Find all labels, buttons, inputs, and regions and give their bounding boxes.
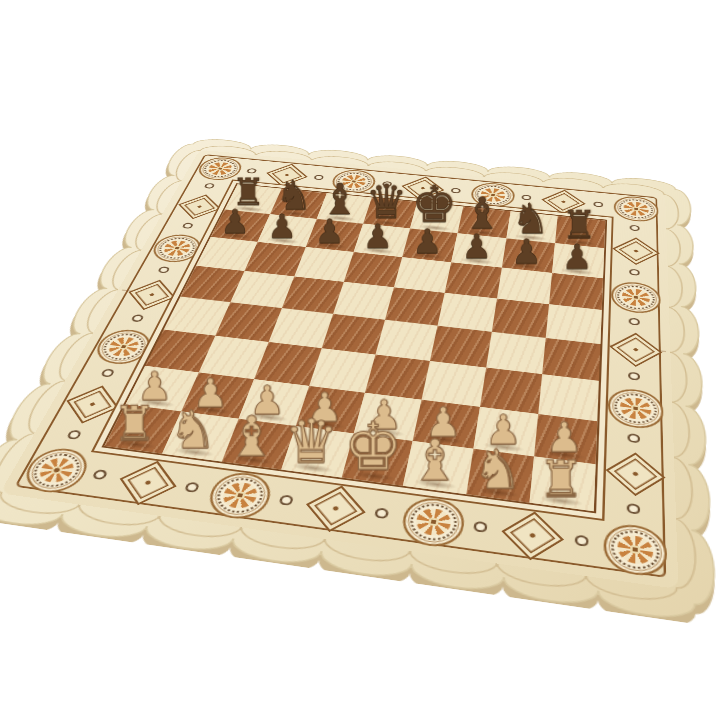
piece-white-bishop[interactable]: ♝ (227, 408, 277, 464)
square-c5[interactable] (281, 276, 343, 314)
square-h1[interactable]: ♜ (529, 456, 595, 511)
piece-white-rook[interactable]: ♜ (539, 455, 584, 505)
piece-black-pawn[interactable]: ♟ (363, 220, 393, 253)
piece-black-pawn[interactable]: ♟ (412, 225, 442, 259)
square-h5[interactable] (545, 304, 601, 344)
scene: ♜♞♝♛♚♝♞♜♟♟♟♟♟♟♟♟♟♟♟♟♟♟♟♟♜♞♝♛♚♝♞♜ (0, 0, 720, 720)
square-b7[interactable]: ♟ (258, 214, 316, 246)
square-h4[interactable] (542, 338, 600, 381)
square-g1[interactable]: ♞ (466, 448, 534, 502)
piece-white-queen[interactable]: ♛ (285, 411, 339, 472)
piece-black-pawn[interactable]: ♟ (315, 215, 345, 248)
square-d5[interactable] (333, 282, 394, 320)
square-f4[interactable] (430, 326, 491, 368)
piece-white-knight[interactable]: ♞ (169, 403, 216, 456)
piece-black-pawn[interactable]: ♟ (461, 230, 491, 264)
square-d7[interactable]: ♟ (354, 224, 410, 257)
piece-white-knight[interactable]: ♞ (473, 442, 522, 497)
square-f6[interactable] (445, 262, 502, 298)
piece-black-pawn[interactable]: ♟ (562, 240, 593, 274)
piece-white-bishop[interactable]: ♝ (409, 431, 460, 488)
piece-black-pawn[interactable]: ♟ (511, 235, 542, 269)
chess-board: ♜♞♝♛♚♝♞♜♟♟♟♟♟♟♟♟♟♟♟♟♟♟♟♟♜♞♝♛♚♝♞♜ (0, 150, 678, 589)
piece-black-pawn[interactable]: ♟ (267, 210, 297, 243)
piece-black-pawn[interactable]: ♟ (220, 205, 249, 238)
piece-white-rook[interactable]: ♜ (113, 400, 156, 448)
piece-white-king[interactable]: ♚ (343, 414, 402, 480)
square-h6[interactable] (549, 273, 603, 310)
square-a6[interactable] (196, 237, 258, 271)
square-g4[interactable] (486, 332, 546, 375)
square-f1[interactable]: ♝ (403, 441, 473, 494)
square-e1[interactable]: ♚ (342, 433, 413, 486)
